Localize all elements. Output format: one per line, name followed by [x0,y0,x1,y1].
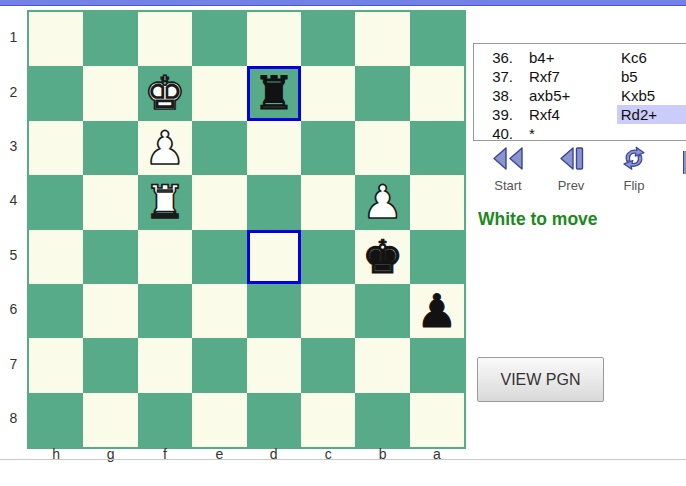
current-move[interactable]: Rd2+ [617,105,686,124]
white-move[interactable]: b4+ [529,48,621,67]
rank-labels: 12345678 [0,10,27,445]
square-f6 [138,284,192,338]
rewind-icon [493,146,523,175]
horizontal-divider [0,459,686,460]
square-h2 [29,66,83,120]
rank-label-4: 4 [0,173,27,227]
white-king: ♚ [144,66,185,120]
square-f7 [138,338,192,392]
rank-label-8: 8 [0,391,27,445]
white-move[interactable]: Rxf7 [529,67,621,86]
square-b2 [355,66,409,120]
square-a1 [410,12,464,66]
square-b5: ♚ [355,230,409,284]
square-b4: ♟ [355,175,409,229]
white-pawn: ♟ [362,175,403,229]
square-g6 [83,284,137,338]
square-f8 [138,393,192,447]
square-d4 [247,175,301,229]
square-e5 [192,230,246,284]
flip-icon [619,146,649,175]
square-f3: ♟ [138,121,192,175]
square-b6 [355,284,409,338]
rank-label-5: 5 [0,228,27,282]
start-label: Start [494,178,521,193]
square-c5 [301,230,355,284]
square-c6 [301,284,355,338]
chess-board: ♚♜♟♜♟♚♟ [27,10,466,449]
square-a2 [410,66,464,120]
square-b3 [355,121,409,175]
square-f2: ♚ [138,66,192,120]
square-b7 [355,338,409,392]
square-f4: ♜ [138,175,192,229]
black-king: ♚ [362,230,403,284]
view-pgn-button[interactable]: VIEW PGN [477,357,604,402]
square-b1 [355,12,409,66]
app-accent-bar [0,0,686,6]
black-pawn: ♟ [416,284,457,338]
move-row-38[interactable]: 38.axb5+Kxb5 [474,86,686,105]
square-h6 [29,284,83,338]
square-a8 [410,393,464,447]
square-h4 [29,175,83,229]
black-move[interactable]: Kxb5 [621,86,686,105]
square-e1 [192,12,246,66]
square-c2 [301,66,355,120]
square-a5 [410,230,464,284]
square-f1 [138,12,192,66]
rank-label-6: 6 [0,282,27,336]
rank-label-1: 1 [0,10,27,64]
black-move[interactable]: Kc6 [621,48,686,67]
move-row-40[interactable]: 40.* [474,124,686,141]
white-move[interactable]: Rxf4 [529,105,621,124]
square-g5 [83,230,137,284]
square-e6 [192,284,246,338]
black-move-text[interactable]: b5 [621,68,638,85]
move-number: 38. [474,86,513,105]
black-move-text[interactable]: Kc6 [621,49,647,66]
app-window: 12345678 ♚♜♟♜♟♚♟ hgfedcba 35.Rf5Kc536.b4… [0,0,686,486]
rank-label-7: 7 [0,336,27,390]
move-list[interactable]: 35.Rf5Kc536.b4+Kc637.Rxf7b538.axb5+Kxb53… [473,43,686,141]
start-button[interactable]: Start [481,146,535,193]
square-f5 [138,230,192,284]
flip-label: Flip [624,178,645,193]
white-move[interactable]: axb5+ [529,86,621,105]
black-move[interactable]: Rd2+ [621,105,686,124]
square-e7 [192,338,246,392]
square-d5 [247,230,301,284]
square-g4 [83,175,137,229]
square-c8 [301,393,355,447]
square-h8 [29,393,83,447]
black-move-text[interactable]: Kc5 [621,43,647,47]
square-d3 [247,121,301,175]
black-move[interactable]: b5 [621,67,686,86]
move-row-39[interactable]: 39.Rxf4Rd2+ [474,105,686,124]
square-c7 [301,338,355,392]
prev-button[interactable]: Prev [544,146,598,193]
square-a7 [410,338,464,392]
square-g2 [83,66,137,120]
square-c1 [301,12,355,66]
square-a6: ♟ [410,284,464,338]
square-a4 [410,175,464,229]
move-number: 37. [474,67,513,86]
rank-label-3: 3 [0,119,27,173]
square-g1 [83,12,137,66]
square-c4 [301,175,355,229]
prev-label: Prev [558,178,585,193]
square-d8 [247,393,301,447]
square-a3 [410,121,464,175]
step-back-icon [557,146,585,175]
square-h3 [29,121,83,175]
square-h1 [29,12,83,66]
square-c3 [301,121,355,175]
black-move-text[interactable]: Kxb5 [621,87,655,104]
move-row-37[interactable]: 37.Rxf7b5 [474,67,686,86]
white-pawn: ♟ [144,121,185,175]
square-e2 [192,66,246,120]
square-g8 [83,393,137,447]
move-number: 40. [474,124,513,141]
black-move[interactable] [621,124,686,141]
white-rook: ♜ [144,175,185,229]
square-e3 [192,121,246,175]
square-g3 [83,121,137,175]
square-e4 [192,175,246,229]
square-b8 [355,393,409,447]
square-d6 [247,284,301,338]
square-h5 [29,230,83,284]
square-d7 [247,338,301,392]
move-number: 39. [474,105,513,124]
turn-status: White to move [478,209,598,230]
move-row-36[interactable]: 36.b4+Kc6 [474,48,686,67]
black-rook: ♜ [253,66,294,120]
rank-label-2: 2 [0,64,27,118]
white-move[interactable]: * [529,124,621,141]
square-d1 [247,12,301,66]
move-number: 36. [474,48,513,67]
square-e8 [192,393,246,447]
square-h7 [29,338,83,392]
square-d2: ♜ [247,66,301,120]
square-g7 [83,338,137,392]
flip-button[interactable]: Flip [607,146,661,193]
